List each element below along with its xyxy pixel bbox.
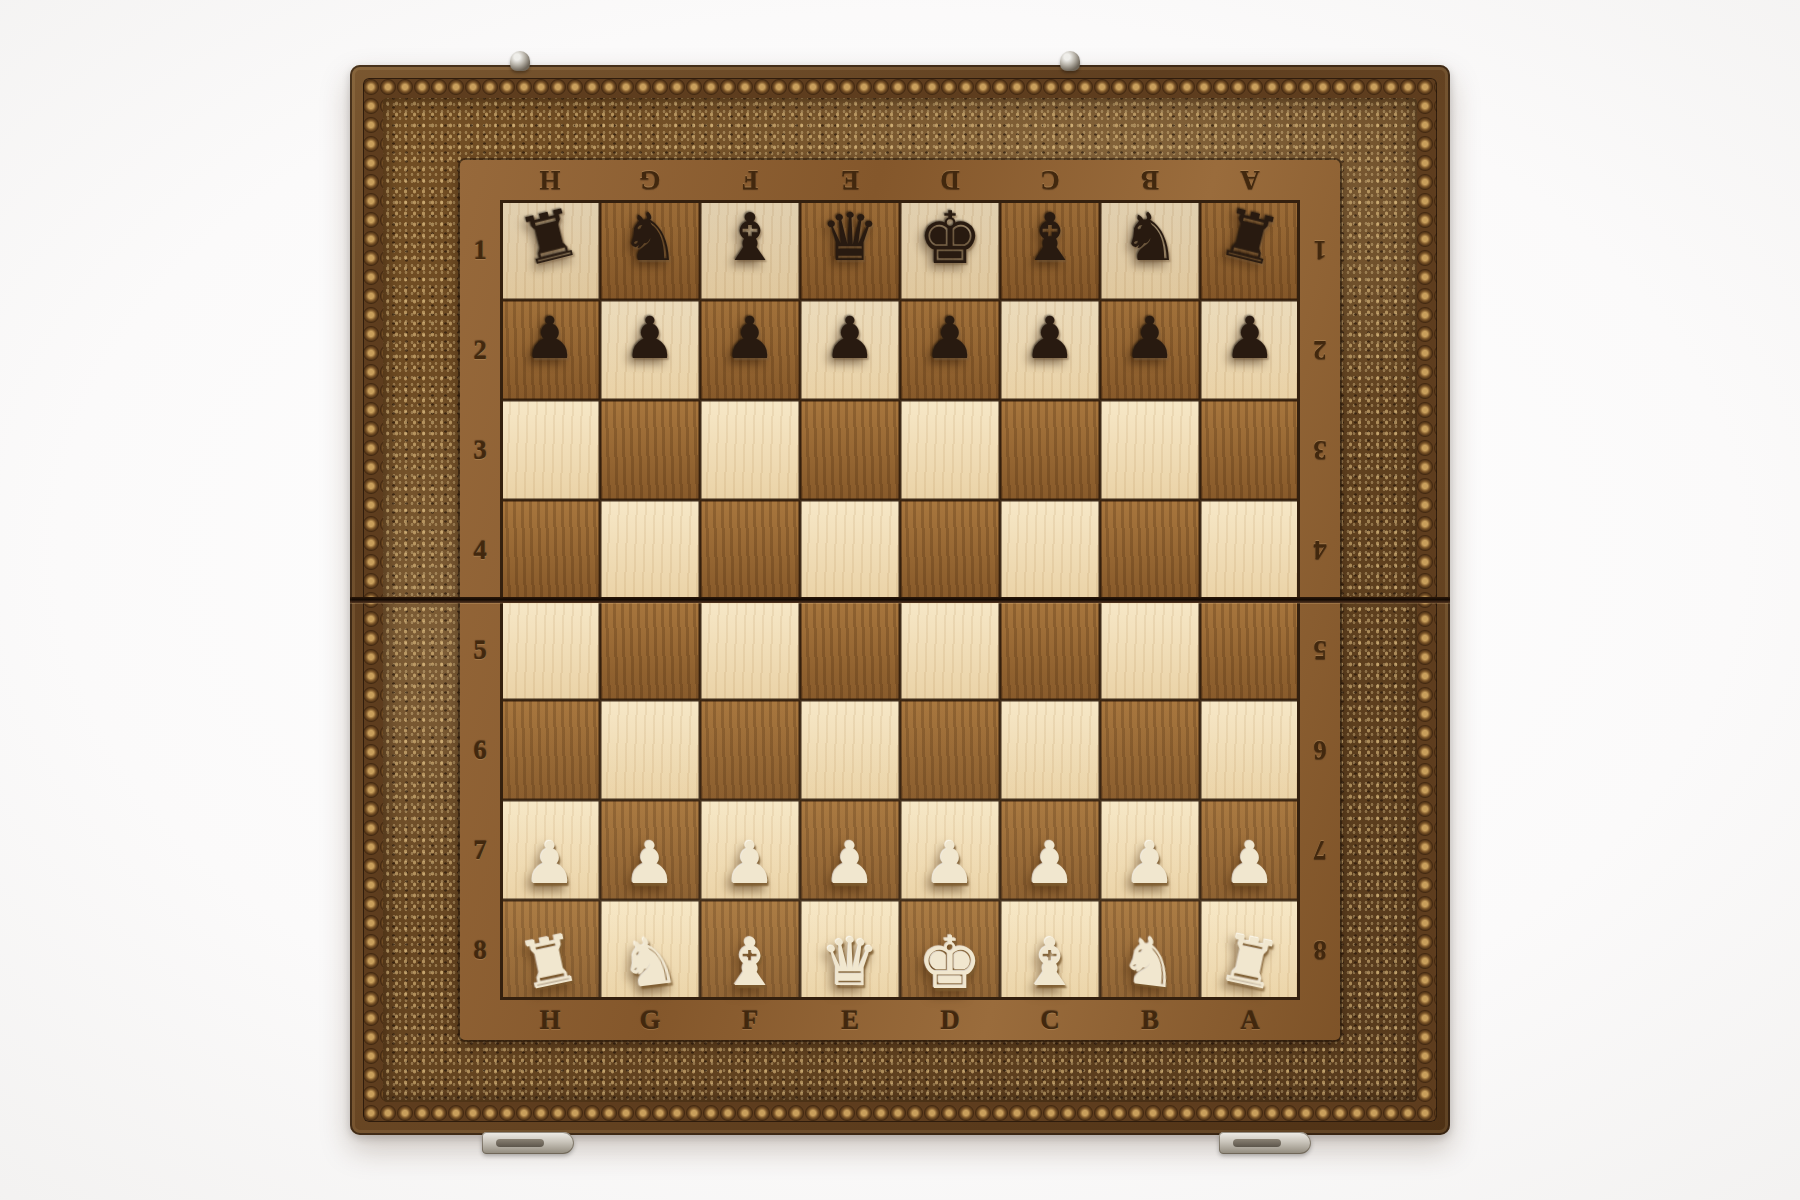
square-d7[interactable]: ♟: [900, 800, 1000, 900]
square-c1[interactable]: ♝: [1000, 200, 1100, 300]
piece-dark-pawn-h2[interactable]: ♟: [524, 309, 576, 367]
piece-dark-rook-a1[interactable]: ♜: [1213, 199, 1286, 277]
square-g6[interactable]: [600, 700, 700, 800]
frame-corner: [460, 1000, 500, 1040]
hinge-pin-icon: [510, 51, 530, 71]
piece-light-knight-b8[interactable]: ♞: [1117, 927, 1184, 1000]
piece-dark-pawn-g2[interactable]: ♟: [624, 309, 676, 367]
latch-clasp-icon: [482, 1132, 574, 1154]
square-e8[interactable]: ♛: [800, 900, 900, 1000]
square-c2[interactable]: ♟: [1000, 300, 1100, 400]
square-e2[interactable]: ♟: [800, 300, 900, 400]
piece-light-pawn-b7[interactable]: ♟: [1124, 834, 1176, 892]
square-g3[interactable]: [600, 400, 700, 500]
square-g8[interactable]: ♞: [600, 900, 700, 1000]
piece-light-pawn-e7[interactable]: ♟: [824, 834, 876, 892]
square-f1[interactable]: ♝: [700, 200, 800, 300]
piece-light-bishop-f8[interactable]: ♝: [720, 930, 779, 996]
rank-label-right-8: 8: [1300, 900, 1340, 1000]
rank-label-right-4: 4: [1300, 500, 1340, 600]
square-h8[interactable]: ♜: [500, 900, 600, 1000]
square-f8[interactable]: ♝: [700, 900, 800, 1000]
square-c7[interactable]: ♟: [1000, 800, 1100, 900]
piece-dark-knight-g1[interactable]: ♞: [620, 205, 679, 271]
file-label-bottom-f: F: [700, 1000, 800, 1040]
square-c4[interactable]: [1000, 500, 1100, 600]
square-a7[interactable]: ♟: [1200, 800, 1300, 900]
square-a3[interactable]: [1200, 400, 1300, 500]
square-b7[interactable]: ♟: [1100, 800, 1200, 900]
square-f4[interactable]: [700, 500, 800, 600]
square-d8[interactable]: ♚: [900, 900, 1000, 1000]
rank-label-left-4: 4: [460, 500, 500, 600]
file-label-top-f: F: [700, 160, 800, 200]
hinge-pin-icon: [1060, 51, 1080, 71]
piece-light-pawn-a7[interactable]: ♟: [1224, 834, 1276, 892]
file-label-bottom-h: H: [500, 1000, 600, 1040]
square-d1[interactable]: ♚: [900, 200, 1000, 300]
square-b6[interactable]: [1100, 700, 1200, 800]
square-g1[interactable]: ♞: [600, 200, 700, 300]
piece-light-queen-e8[interactable]: ♛: [820, 930, 879, 996]
piece-dark-king-d1[interactable]: ♚: [918, 202, 983, 274]
piece-dark-pawn-e2[interactable]: ♟: [824, 309, 876, 367]
square-b1[interactable]: ♞: [1100, 200, 1200, 300]
rank-label-left-2: 2: [460, 300, 500, 400]
square-h2[interactable]: ♟: [500, 300, 600, 400]
piece-light-rook-a8[interactable]: ♜: [1214, 925, 1286, 1002]
file-label-bottom-d: D: [900, 1000, 1000, 1040]
rank-label-left-3: 3: [460, 400, 500, 500]
rank-label-left-5: 5: [460, 600, 500, 700]
square-h4[interactable]: [500, 500, 600, 600]
piece-light-rook-h8[interactable]: ♜: [514, 925, 586, 1002]
piece-dark-rook-h1[interactable]: ♜: [513, 199, 586, 277]
square-h1[interactable]: ♜: [500, 200, 600, 300]
file-label-top-b: B: [1100, 160, 1200, 200]
file-label-top-a: A: [1200, 160, 1300, 200]
square-e1[interactable]: ♛: [800, 200, 900, 300]
square-h5[interactable]: [500, 600, 600, 700]
square-d6[interactable]: [900, 700, 1000, 800]
square-g7[interactable]: ♟: [600, 800, 700, 900]
piece-dark-pawn-f2[interactable]: ♟: [724, 309, 776, 367]
square-b5[interactable]: [1100, 600, 1200, 700]
rank-label-right-7: 7: [1300, 800, 1340, 900]
rank-label-right-5: 5: [1300, 600, 1340, 700]
file-label-top-h: H: [500, 160, 600, 200]
square-b2[interactable]: ♟: [1100, 300, 1200, 400]
piece-light-knight-g8[interactable]: ♞: [617, 927, 684, 1000]
rank-label-left-8: 8: [460, 900, 500, 1000]
square-g2[interactable]: ♟: [600, 300, 700, 400]
piece-dark-pawn-d2[interactable]: ♟: [924, 309, 976, 367]
rank-label-right-6: 6: [1300, 700, 1340, 800]
file-label-bottom-a: A: [1200, 1000, 1300, 1040]
file-label-bottom-e: E: [800, 1000, 900, 1040]
square-h6[interactable]: [500, 700, 600, 800]
rank-label-left-7: 7: [460, 800, 500, 900]
frame-corner: [1300, 160, 1340, 200]
square-f5[interactable]: [700, 600, 800, 700]
piece-light-pawn-c7[interactable]: ♟: [1024, 834, 1076, 892]
rank-label-right-3: 3: [1300, 400, 1340, 500]
piece-light-bishop-c8[interactable]: ♝: [1020, 930, 1079, 996]
frame-corner: [1300, 1000, 1340, 1040]
square-g4[interactable]: [600, 500, 700, 600]
file-label-bottom-c: C: [1000, 1000, 1100, 1040]
square-d5[interactable]: [900, 600, 1000, 700]
piece-dark-pawn-c2[interactable]: ♟: [1024, 309, 1076, 367]
square-a1[interactable]: ♜: [1200, 200, 1300, 300]
chess-box: HGFEDCBA1♜♞♝♛♚♝♞♜12♟♟♟♟♟♟♟♟2334455667♟♟♟…: [350, 65, 1450, 1135]
file-label-top-c: C: [1000, 160, 1100, 200]
piece-dark-pawn-a2[interactable]: ♟: [1224, 309, 1276, 367]
piece-light-pawn-g7[interactable]: ♟: [624, 834, 676, 892]
square-f3[interactable]: [700, 400, 800, 500]
piece-dark-knight-b1[interactable]: ♞: [1120, 205, 1179, 271]
file-label-bottom-g: G: [600, 1000, 700, 1040]
square-c8[interactable]: ♝: [1000, 900, 1100, 1000]
frame-corner: [460, 160, 500, 200]
rank-label-left-6: 6: [460, 700, 500, 800]
square-h7[interactable]: ♟: [500, 800, 600, 900]
square-e3[interactable]: [800, 400, 900, 500]
file-label-bottom-b: B: [1100, 1000, 1200, 1040]
rank-label-left-1: 1: [460, 200, 500, 300]
square-a5[interactable]: [1200, 600, 1300, 700]
square-c6[interactable]: [1000, 700, 1100, 800]
piece-dark-bishop-c1[interactable]: ♝: [1020, 205, 1079, 271]
square-c5[interactable]: [1000, 600, 1100, 700]
piece-light-pawn-d7[interactable]: ♟: [924, 834, 976, 892]
file-label-top-g: G: [600, 160, 700, 200]
square-e7[interactable]: ♟: [800, 800, 900, 900]
piece-dark-bishop-f1[interactable]: ♝: [720, 205, 779, 271]
square-d4[interactable]: [900, 500, 1000, 600]
square-a8[interactable]: ♜: [1200, 900, 1300, 1000]
square-f7[interactable]: ♟: [700, 800, 800, 900]
rank-label-right-1: 1: [1300, 200, 1340, 300]
square-h3[interactable]: [500, 400, 600, 500]
square-f2[interactable]: ♟: [700, 300, 800, 400]
file-label-top-d: D: [900, 160, 1000, 200]
fold-seam: [350, 597, 1450, 603]
piece-light-pawn-f7[interactable]: ♟: [724, 834, 776, 892]
square-b8[interactable]: ♞: [1100, 900, 1200, 1000]
latch-clasp-icon: [1219, 1132, 1311, 1154]
square-b4[interactable]: [1100, 500, 1200, 600]
file-label-top-e: E: [800, 160, 900, 200]
square-d2[interactable]: ♟: [900, 300, 1000, 400]
square-a6[interactable]: [1200, 700, 1300, 800]
square-c3[interactable]: [1000, 400, 1100, 500]
piece-light-king-d8[interactable]: ♚: [918, 927, 983, 999]
square-a4[interactable]: [1200, 500, 1300, 600]
square-a2[interactable]: ♟: [1200, 300, 1300, 400]
square-d3[interactable]: [900, 400, 1000, 500]
square-g5[interactable]: [600, 600, 700, 700]
square-e4[interactable]: [800, 500, 900, 600]
photo-background: HGFEDCBA1♜♞♝♛♚♝♞♜12♟♟♟♟♟♟♟♟2334455667♟♟♟…: [0, 0, 1800, 1200]
rank-label-right-2: 2: [1300, 300, 1340, 400]
square-e6[interactable]: [800, 700, 900, 800]
square-e5[interactable]: [800, 600, 900, 700]
square-b3[interactable]: [1100, 400, 1200, 500]
piece-light-pawn-h7[interactable]: ♟: [524, 834, 576, 892]
piece-dark-pawn-b2[interactable]: ♟: [1124, 309, 1176, 367]
square-f6[interactable]: [700, 700, 800, 800]
piece-dark-queen-e1[interactable]: ♛: [820, 205, 879, 271]
